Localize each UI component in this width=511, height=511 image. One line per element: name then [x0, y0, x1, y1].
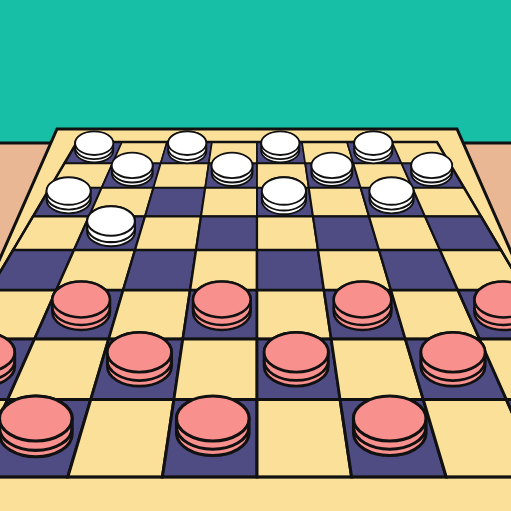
checker-top-face [354, 131, 392, 155]
wall [0, 0, 511, 143]
checker-white[interactable] [354, 131, 392, 163]
checker-top-face [87, 206, 135, 236]
checker-red[interactable] [177, 396, 250, 456]
checker-white[interactable] [112, 153, 153, 186]
square-c6-light[interactable] [109, 290, 190, 339]
checker-red[interactable] [193, 282, 251, 330]
checker-top-face [411, 153, 452, 178]
square-c4-light[interactable] [135, 216, 201, 250]
checker-red[interactable] [353, 396, 426, 456]
checker-white[interactable] [262, 177, 306, 214]
board-canvas [0, 0, 511, 511]
checker-top-face [75, 131, 113, 155]
square-c2-light[interactable] [153, 163, 208, 188]
checker-red[interactable] [334, 282, 392, 330]
checker-white[interactable] [369, 177, 413, 213]
checker-white[interactable] [212, 153, 253, 186]
checker-white[interactable] [75, 131, 113, 162]
checker-white[interactable] [168, 131, 206, 163]
checkers-scene [0, 0, 511, 511]
square-f3-light[interactable] [309, 188, 369, 217]
checker-top-face [112, 153, 153, 178]
checker-top-face [212, 153, 253, 178]
square-c3-dark[interactable] [145, 188, 205, 217]
checker-top-face [421, 332, 485, 372]
checker-top-face [262, 177, 306, 204]
checker-top-face [193, 282, 251, 318]
checker-top-face [177, 396, 250, 441]
square-e8-light[interactable] [257, 400, 352, 477]
checker-top-face [353, 396, 426, 441]
checker-top-face [47, 177, 91, 204]
checker-white[interactable] [87, 206, 135, 246]
square-d3-light[interactable] [201, 188, 257, 217]
checker-top-face [311, 153, 352, 178]
checker-top-face [0, 396, 72, 441]
checker-top-face [369, 177, 413, 204]
checker-top-face [168, 131, 206, 155]
checker-white[interactable] [261, 131, 299, 162]
checker-red[interactable] [107, 332, 171, 386]
checker-white[interactable] [47, 177, 91, 213]
checker-red[interactable] [264, 332, 328, 386]
square-e4-light[interactable] [257, 216, 318, 250]
square-f4-dark[interactable] [313, 216, 379, 250]
checker-top-face [52, 282, 110, 318]
checker-red[interactable] [0, 396, 72, 457]
checker-red[interactable] [52, 282, 110, 330]
checker-top-face [107, 332, 171, 372]
checker-red[interactable] [421, 332, 485, 386]
checker-white[interactable] [411, 153, 452, 186]
square-e5-dark[interactable] [257, 250, 324, 290]
square-d7-light[interactable] [174, 339, 257, 400]
checker-white[interactable] [311, 153, 352, 186]
checker-top-face [264, 332, 328, 372]
square-c5-dark[interactable] [123, 250, 196, 290]
checker-red[interactable] [474, 282, 511, 330]
checker-top-face [334, 282, 392, 318]
square-d4-dark[interactable] [196, 216, 257, 250]
checker-top-face [261, 131, 299, 155]
